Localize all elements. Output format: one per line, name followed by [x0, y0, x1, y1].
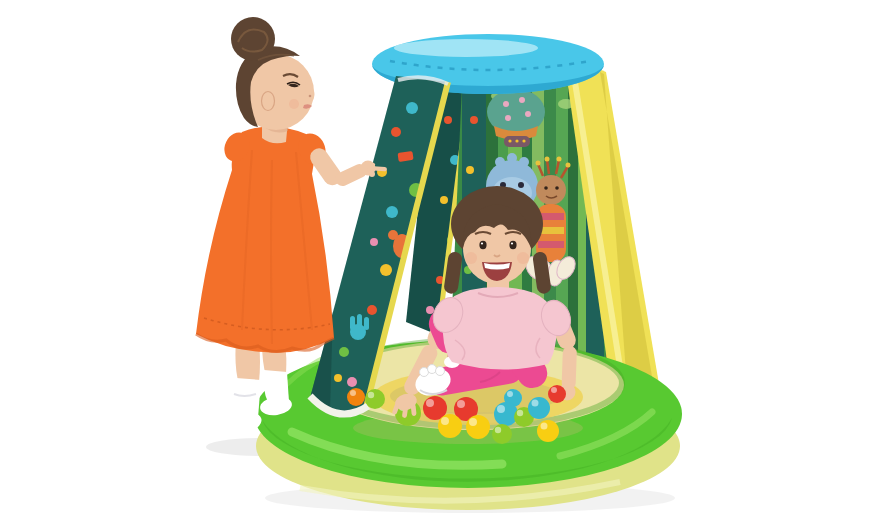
- ball-orange: [347, 388, 365, 406]
- ring-highlight: [394, 39, 538, 57]
- ball-cyan: [494, 402, 518, 426]
- ball-cyan: [528, 397, 550, 419]
- ball-red: [548, 385, 566, 403]
- ball-green: [365, 389, 385, 409]
- nostril: [309, 95, 312, 98]
- scene-canvas: [0, 0, 870, 524]
- ball-yellow: [537, 420, 559, 442]
- ball-yellow: [466, 415, 490, 439]
- ball-yellow: [438, 414, 462, 438]
- standing-girl-ear: [262, 92, 275, 111]
- ball-green: [492, 424, 512, 444]
- standing-girl-head: [231, 17, 314, 130]
- product-photo: [0, 0, 870, 524]
